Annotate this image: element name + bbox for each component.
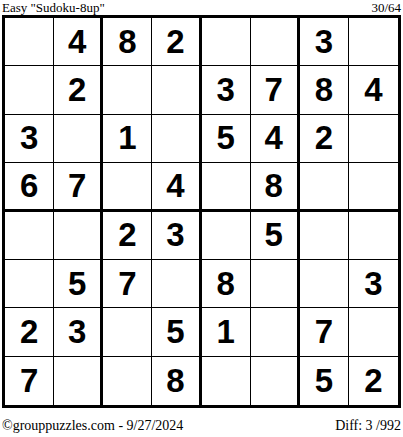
sudoku-board: 4823237843154267482355783235177852 [2, 15, 401, 408]
cell-r8c6[interactable] [251, 357, 300, 405]
cell-r1c4: 2 [152, 18, 201, 66]
cell-r3c1: 3 [5, 115, 54, 163]
cell-r7c5: 1 [202, 308, 251, 356]
cell-r3c2[interactable] [54, 115, 103, 163]
cell-r2c5: 3 [202, 66, 251, 114]
cell-r8c2[interactable] [54, 357, 103, 405]
cell-r2c2: 2 [54, 66, 103, 114]
cell-r3c8[interactable] [349, 115, 398, 163]
cell-r1c3: 8 [103, 18, 152, 66]
cell-r6c5: 8 [202, 260, 251, 308]
cell-r5c6: 5 [251, 212, 300, 260]
cell-r1c1[interactable] [5, 18, 54, 66]
cell-r6c6[interactable] [251, 260, 300, 308]
cell-r4c7[interactable] [300, 163, 349, 211]
cell-r3c7: 2 [300, 115, 349, 163]
header: Easy "Sudoku-8up" 30/64 [0, 0, 403, 15]
cell-r2c6: 7 [251, 66, 300, 114]
puzzle-counter: 30/64 [371, 1, 401, 14]
cell-r7c6[interactable] [251, 308, 300, 356]
cell-r2c1[interactable] [5, 66, 54, 114]
cell-r8c4: 8 [152, 357, 201, 405]
footer: ©grouppuzzles.com - 9/27/2024 Diff: 3 /9… [0, 408, 403, 433]
cell-r4c1: 6 [5, 163, 54, 211]
cell-r4c8[interactable] [349, 163, 398, 211]
cell-r1c2: 4 [54, 18, 103, 66]
cell-r7c7: 7 [300, 308, 349, 356]
cell-r2c8: 4 [349, 66, 398, 114]
cell-r7c2: 3 [54, 308, 103, 356]
cell-r5c3: 2 [103, 212, 152, 260]
cell-r4c2: 7 [54, 163, 103, 211]
cell-r1c7: 3 [300, 18, 349, 66]
cell-r7c8[interactable] [349, 308, 398, 356]
cell-r7c3[interactable] [103, 308, 152, 356]
puzzle-title: Easy "Sudoku-8up" [2, 1, 105, 14]
cell-r8c8: 2 [349, 357, 398, 405]
cell-r6c2: 5 [54, 260, 103, 308]
copyright-text: ©grouppuzzles.com - 9/27/2024 [2, 418, 183, 433]
cell-r5c7[interactable] [300, 212, 349, 260]
cell-r6c8: 3 [349, 260, 398, 308]
cell-r4c4: 4 [152, 163, 201, 211]
difficulty-text: Diff: 3 /992 [335, 418, 401, 433]
cell-r3c5: 5 [202, 115, 251, 163]
cell-r6c7[interactable] [300, 260, 349, 308]
cell-r5c8[interactable] [349, 212, 398, 260]
cell-r6c3: 7 [103, 260, 152, 308]
cell-r7c4: 5 [152, 308, 201, 356]
cell-r4c5[interactable] [202, 163, 251, 211]
cell-r6c4[interactable] [152, 260, 201, 308]
cell-r5c4: 3 [152, 212, 201, 260]
cell-r8c1: 7 [5, 357, 54, 405]
cell-r8c3[interactable] [103, 357, 152, 405]
cell-r3c3: 1 [103, 115, 152, 163]
cell-r1c8[interactable] [349, 18, 398, 66]
cell-r2c7: 8 [300, 66, 349, 114]
cell-r5c2[interactable] [54, 212, 103, 260]
cell-r3c6: 4 [251, 115, 300, 163]
cell-r1c5[interactable] [202, 18, 251, 66]
cell-r4c3[interactable] [103, 163, 152, 211]
cell-r5c1[interactable] [5, 212, 54, 260]
cell-r5c5[interactable] [202, 212, 251, 260]
cell-r2c4[interactable] [152, 66, 201, 114]
cell-r7c1: 2 [5, 308, 54, 356]
cell-r8c7: 5 [300, 357, 349, 405]
cell-r8c5[interactable] [202, 357, 251, 405]
cell-r4c6: 8 [251, 163, 300, 211]
cell-r6c1[interactable] [5, 260, 54, 308]
cell-r1c6[interactable] [251, 18, 300, 66]
cell-r2c3[interactable] [103, 66, 152, 114]
cell-r3c4[interactable] [152, 115, 201, 163]
puzzle-page: Easy "Sudoku-8up" 30/64 4823237843154267… [0, 0, 403, 437]
